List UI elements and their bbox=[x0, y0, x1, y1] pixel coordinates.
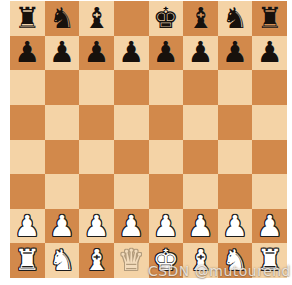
chess-screenshot-canvas: ♜♞♝♚♝♞♜♟♟♟♟♟♟♟♟♟♟♟♟♟♟♟♟♜♞♝♛♚♝♞♜ CSDN @mu… bbox=[0, 0, 292, 285]
square-h3[interactable] bbox=[252, 174, 287, 209]
square-a5[interactable] bbox=[10, 105, 45, 140]
square-d8[interactable] bbox=[114, 1, 149, 36]
chess-board: ♜♞♝♚♝♞♜♟♟♟♟♟♟♟♟♟♟♟♟♟♟♟♟♜♞♝♛♚♝♞♜ bbox=[10, 1, 287, 278]
black-knight-icon[interactable]: ♞ bbox=[49, 4, 75, 33]
square-e5[interactable] bbox=[149, 105, 184, 140]
ghost-white-queen-icon[interactable]: ♛ bbox=[118, 246, 144, 275]
square-b1[interactable]: ♞ bbox=[45, 243, 80, 278]
white-bishop-icon[interactable]: ♝ bbox=[84, 246, 110, 275]
square-c7[interactable]: ♟ bbox=[79, 36, 114, 71]
square-d6[interactable] bbox=[114, 70, 149, 105]
square-b8[interactable]: ♞ bbox=[45, 1, 80, 36]
square-b2[interactable]: ♟ bbox=[45, 209, 80, 244]
white-knight-icon[interactable]: ♞ bbox=[222, 246, 248, 275]
square-f3[interactable] bbox=[183, 174, 218, 209]
square-a8[interactable]: ♜ bbox=[10, 1, 45, 36]
black-bishop-icon[interactable]: ♝ bbox=[84, 4, 110, 33]
white-knight-icon[interactable]: ♞ bbox=[49, 246, 75, 275]
square-d2[interactable]: ♟ bbox=[114, 209, 149, 244]
square-d1[interactable]: ♛ bbox=[114, 243, 149, 278]
square-b6[interactable] bbox=[45, 70, 80, 105]
black-bishop-icon[interactable]: ♝ bbox=[187, 4, 213, 33]
square-f5[interactable] bbox=[183, 105, 218, 140]
square-h5[interactable] bbox=[252, 105, 287, 140]
square-d5[interactable] bbox=[114, 105, 149, 140]
square-e4[interactable] bbox=[149, 140, 184, 175]
square-a3[interactable] bbox=[10, 174, 45, 209]
white-pawn-icon[interactable]: ♟ bbox=[14, 212, 40, 241]
black-pawn-icon[interactable]: ♟ bbox=[257, 38, 283, 67]
square-a6[interactable] bbox=[10, 70, 45, 105]
square-b3[interactable] bbox=[45, 174, 80, 209]
white-pawn-icon[interactable]: ♟ bbox=[153, 212, 179, 241]
black-king-icon[interactable]: ♚ bbox=[153, 4, 179, 33]
square-g3[interactable] bbox=[218, 174, 253, 209]
white-pawn-icon[interactable]: ♟ bbox=[84, 212, 110, 241]
square-c4[interactable] bbox=[79, 140, 114, 175]
square-f6[interactable] bbox=[183, 70, 218, 105]
square-f7[interactable]: ♟ bbox=[183, 36, 218, 71]
square-a4[interactable] bbox=[10, 140, 45, 175]
white-bishop-icon[interactable]: ♝ bbox=[187, 246, 213, 275]
white-pawn-icon[interactable]: ♟ bbox=[222, 212, 248, 241]
black-pawn-icon[interactable]: ♟ bbox=[14, 38, 40, 67]
square-a7[interactable]: ♟ bbox=[10, 36, 45, 71]
white-rook-icon[interactable]: ♜ bbox=[14, 246, 40, 275]
square-g8[interactable]: ♞ bbox=[218, 1, 253, 36]
square-e6[interactable] bbox=[149, 70, 184, 105]
square-g2[interactable]: ♟ bbox=[218, 209, 253, 244]
square-c1[interactable]: ♝ bbox=[79, 243, 114, 278]
square-h8[interactable]: ♜ bbox=[252, 1, 287, 36]
black-pawn-icon[interactable]: ♟ bbox=[153, 38, 179, 67]
square-f1[interactable]: ♝ bbox=[183, 243, 218, 278]
black-pawn-icon[interactable]: ♟ bbox=[118, 38, 144, 67]
square-f8[interactable]: ♝ bbox=[183, 1, 218, 36]
white-pawn-icon[interactable]: ♟ bbox=[118, 212, 144, 241]
square-e7[interactable]: ♟ bbox=[149, 36, 184, 71]
square-b5[interactable] bbox=[45, 105, 80, 140]
square-c8[interactable]: ♝ bbox=[79, 1, 114, 36]
square-f4[interactable] bbox=[183, 140, 218, 175]
white-pawn-icon[interactable]: ♟ bbox=[187, 212, 213, 241]
square-h1[interactable]: ♜ bbox=[252, 243, 287, 278]
white-rook-icon[interactable]: ♜ bbox=[257, 246, 283, 275]
black-pawn-icon[interactable]: ♟ bbox=[84, 38, 110, 67]
black-rook-icon[interactable]: ♜ bbox=[257, 4, 283, 33]
square-d4[interactable] bbox=[114, 140, 149, 175]
square-b7[interactable]: ♟ bbox=[45, 36, 80, 71]
black-rook-icon[interactable]: ♜ bbox=[14, 4, 40, 33]
black-pawn-icon[interactable]: ♟ bbox=[187, 38, 213, 67]
black-knight-icon[interactable]: ♞ bbox=[222, 4, 248, 33]
white-pawn-icon[interactable]: ♟ bbox=[49, 212, 75, 241]
square-g1[interactable]: ♞ bbox=[218, 243, 253, 278]
square-h2[interactable]: ♟ bbox=[252, 209, 287, 244]
square-g5[interactable] bbox=[218, 105, 253, 140]
square-e1[interactable]: ♚ bbox=[149, 243, 184, 278]
square-e8[interactable]: ♚ bbox=[149, 1, 184, 36]
square-c6[interactable] bbox=[79, 70, 114, 105]
square-h4[interactable] bbox=[252, 140, 287, 175]
square-a1[interactable]: ♜ bbox=[10, 243, 45, 278]
square-g4[interactable] bbox=[218, 140, 253, 175]
white-king-icon[interactable]: ♚ bbox=[153, 246, 179, 275]
square-h7[interactable]: ♟ bbox=[252, 36, 287, 71]
square-g6[interactable] bbox=[218, 70, 253, 105]
square-b4[interactable] bbox=[45, 140, 80, 175]
square-c3[interactable] bbox=[79, 174, 114, 209]
square-f2[interactable]: ♟ bbox=[183, 209, 218, 244]
square-a2[interactable]: ♟ bbox=[10, 209, 45, 244]
square-d3[interactable] bbox=[114, 174, 149, 209]
square-c5[interactable] bbox=[79, 105, 114, 140]
square-c2[interactable]: ♟ bbox=[79, 209, 114, 244]
square-g7[interactable]: ♟ bbox=[218, 36, 253, 71]
square-d7[interactable]: ♟ bbox=[114, 36, 149, 71]
square-h6[interactable] bbox=[252, 70, 287, 105]
black-pawn-icon[interactable]: ♟ bbox=[49, 38, 75, 67]
black-pawn-icon[interactable]: ♟ bbox=[222, 38, 248, 67]
white-pawn-icon[interactable]: ♟ bbox=[257, 212, 283, 241]
square-e2[interactable]: ♟ bbox=[149, 209, 184, 244]
square-e3[interactable] bbox=[149, 174, 184, 209]
